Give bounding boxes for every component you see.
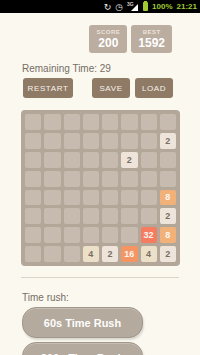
empty-cell [64,227,80,243]
empty-cell [64,208,80,224]
battery-percent: 100% [152,2,172,11]
empty-cell [83,133,99,149]
empty-cell [25,171,41,187]
empty-cell [141,152,157,168]
empty-cell [102,227,118,243]
tile-8: 8 [160,227,176,243]
empty-cell [64,246,80,262]
empty-cell [25,246,41,262]
remaining-time-text: Remaining Time: 29 [22,63,111,74]
load-button[interactable]: LOAD [135,78,173,98]
empty-cell [102,208,118,224]
empty-cell [102,171,118,187]
empty-cell [64,133,80,149]
empty-cell [102,114,118,130]
empty-cell [44,208,60,224]
empty-cell [25,152,41,168]
tile-2: 2 [102,246,118,262]
empty-cell [25,227,41,243]
best-value: 1592 [138,36,165,50]
empty-cell [83,190,99,206]
time-rush-300s-button[interactable]: 300s Time Rush [22,342,143,355]
empty-cell [25,208,41,224]
best-box: BEST 1592 [131,25,172,53]
empty-cell [83,208,99,224]
empty-cell [160,171,176,187]
score-panel: SCORE 200 BEST 1592 [89,25,172,53]
empty-cell [83,114,99,130]
alarm-icon: ◷ [115,2,123,12]
tile-2: 2 [160,208,176,224]
empty-cell [141,171,157,187]
tile-16: 16 [121,246,137,262]
score-value: 200 [96,36,120,50]
android-status-bar: ↻ ◷ 3G 100% 21:21 [0,0,200,13]
empty-cell [44,133,60,149]
empty-cell [141,190,157,206]
empty-cell [64,171,80,187]
time-rush-60s-button[interactable]: 60s Time Rush [22,307,143,338]
status-clock: 21:21 [177,2,197,11]
empty-cell [83,171,99,187]
empty-cell [121,190,137,206]
empty-cell [160,152,176,168]
empty-cell [141,208,157,224]
signal-3g-icon: 3G [127,2,139,12]
empty-cell [121,208,137,224]
best-label: BEST [138,29,165,35]
tile-2: 2 [160,133,176,149]
empty-cell [102,133,118,149]
empty-cell [64,152,80,168]
tile-4: 4 [83,246,99,262]
empty-cell [102,152,118,168]
section-divider [21,277,179,278]
empty-cell [44,227,60,243]
empty-cell [141,114,157,130]
empty-cell [25,190,41,206]
signal-triangle-icon [131,4,138,11]
tile-4: 4 [141,246,157,262]
empty-cell [121,227,137,243]
sync-icon: ↻ [104,2,112,12]
empty-cell [44,152,60,168]
battery-icon [143,2,148,11]
empty-cell [44,114,60,130]
empty-cell [44,246,60,262]
tile-2: 2 [160,246,176,262]
empty-cell [121,171,137,187]
empty-cell [25,114,41,130]
save-button[interactable]: SAVE [92,78,130,98]
tile-32: 32 [141,227,157,243]
empty-cell [64,114,80,130]
empty-cell [44,190,60,206]
empty-cell [121,133,137,149]
board-grid[interactable]: 2282328421642 [21,110,180,266]
empty-cell [83,227,99,243]
empty-cell [121,114,137,130]
empty-cell [160,114,176,130]
empty-cell [102,190,118,206]
empty-cell [44,171,60,187]
tile-2: 2 [121,152,137,168]
restart-button[interactable]: RESTART [23,78,73,98]
empty-cell [83,152,99,168]
score-box: SCORE 200 [89,25,127,53]
empty-cell [25,133,41,149]
time-rush-label: Time rush: [22,292,69,303]
tile-8: 8 [160,190,176,206]
empty-cell [141,133,157,149]
score-label: SCORE [96,29,120,35]
empty-cell [64,190,80,206]
